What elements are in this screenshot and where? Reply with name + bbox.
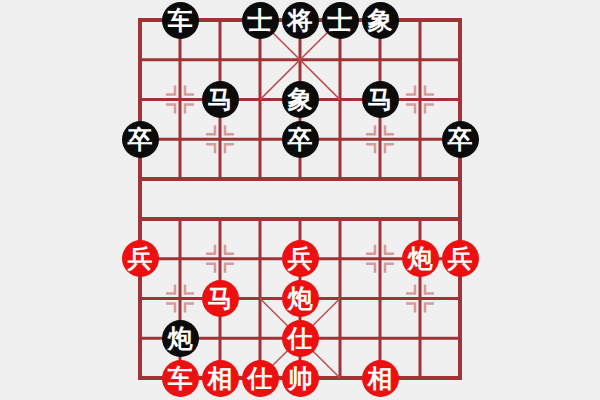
piece-black-horse[interactable]: 马 [362,81,399,118]
piece-black-advisor[interactable]: 士 [322,2,359,39]
piece-red-elephant[interactable]: 相 [202,360,239,397]
piece-black-general[interactable]: 将 [282,2,319,39]
piece-black-elephant[interactable]: 象 [362,2,399,39]
piece-black-soldier[interactable]: 卒 [282,121,319,158]
piece-black-advisor[interactable]: 士 [242,2,279,39]
piece-red-soldier[interactable]: 兵 [442,240,479,277]
piece-red-general[interactable]: 帅 [282,360,319,397]
piece-red-advisor[interactable]: 仕 [242,360,279,397]
piece-black-elephant[interactable]: 象 [282,81,319,118]
piece-black-soldier[interactable]: 卒 [442,121,479,158]
xiangqi-board: 车士将士象马象马卒卒卒兵兵炮兵马炮炮仕车相仕帅相 [0,0,600,400]
piece-red-elephant[interactable]: 相 [362,360,399,397]
piece-red-horse[interactable]: 马 [202,280,239,317]
piece-red-cannon[interactable]: 炮 [282,280,319,317]
piece-red-soldier[interactable]: 兵 [122,240,159,277]
piece-black-soldier[interactable]: 卒 [122,121,159,158]
piece-black-chariot[interactable]: 车 [162,2,199,39]
piece-red-chariot[interactable]: 车 [162,360,199,397]
piece-red-advisor[interactable]: 仕 [282,320,319,357]
pieces-layer: 车士将士象马象马卒卒卒兵兵炮兵马炮炮仕车相仕帅相 [0,0,600,400]
piece-red-soldier[interactable]: 兵 [282,240,319,277]
piece-black-cannon[interactable]: 炮 [162,320,199,357]
piece-black-horse[interactable]: 马 [202,81,239,118]
piece-red-cannon[interactable]: 炮 [402,240,439,277]
